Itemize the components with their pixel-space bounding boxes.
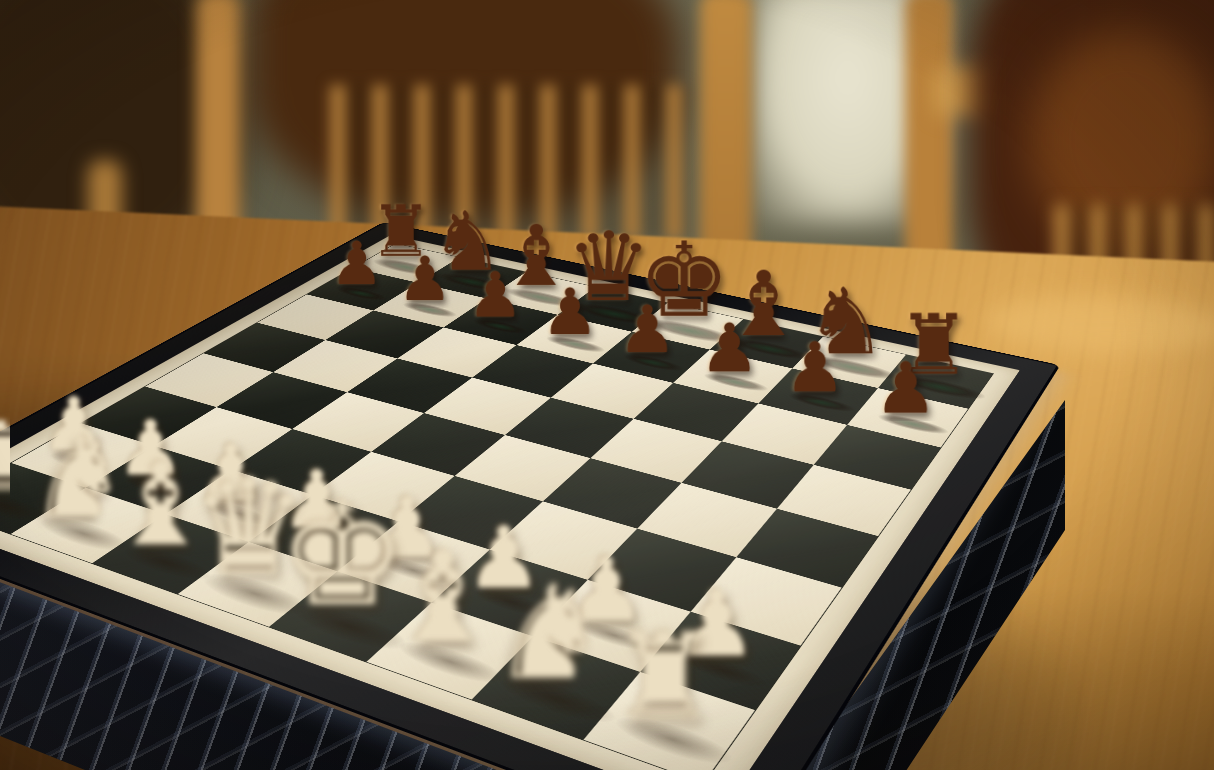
- background-table-glare: [984, 292, 1214, 358]
- background-window-light: [750, 0, 945, 225]
- chess-photo-stage: ♜♞♝♛♚♝♞♜♟♟♟♟♟♟♟♟♟♟♟♟♟♟♟♟♜♞♝♛♚♝♞♜: [0, 0, 1214, 770]
- background-chair-middle: [250, 0, 680, 220]
- background-chair-right: [970, 0, 1214, 350]
- background-chair-spindles-right: [1055, 205, 1214, 345]
- background-chair-post-1: [196, 0, 240, 300]
- background-chair-left: [0, 0, 240, 270]
- background-chair-rail-right: [935, 66, 1214, 116]
- background-chair-post-3: [905, 0, 953, 340]
- background-chair-right-highlight: [1030, 30, 1214, 250]
- background-chair-spindles-middle: [330, 85, 690, 240]
- background-chair-post-left: [88, 160, 122, 360]
